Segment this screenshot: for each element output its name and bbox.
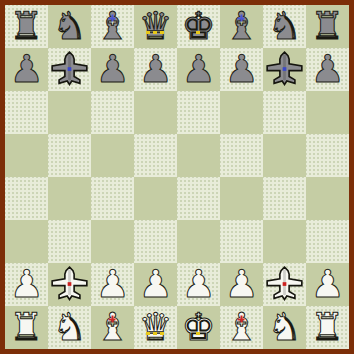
piece-black-knight: ♞	[267, 5, 301, 48]
piece-white-rook: ♜	[9, 306, 43, 349]
piece-black-rook: ♜	[310, 5, 344, 48]
square-a1[interactable]: ♜	[5, 306, 48, 349]
piece-white-knight: ♞	[267, 306, 301, 349]
square-d5[interactable]	[134, 134, 177, 177]
square-h7[interactable]: ♟	[306, 48, 349, 91]
bishop-cross-mark	[109, 15, 116, 22]
crown-jewel-mark	[196, 31, 200, 34]
square-g2[interactable]	[263, 263, 306, 306]
piece-white-queen: ♛	[138, 306, 172, 349]
piece-white-pawn: ♟	[310, 263, 344, 306]
square-b4[interactable]	[48, 177, 91, 220]
piece-white-jet	[266, 266, 303, 303]
piece-white-pawn: ♟	[181, 263, 215, 306]
square-h6[interactable]	[306, 91, 349, 134]
square-g4[interactable]	[263, 177, 306, 220]
square-a8[interactable]: ♜	[5, 5, 48, 48]
square-f2[interactable]: ♟	[220, 263, 263, 306]
square-a6[interactable]	[5, 91, 48, 134]
piece-white-pawn: ♟	[95, 263, 129, 306]
chess-board-frame: ♜♞♝♛♚♝♞♜♟♟♟♟♟♟♟♟♟♟♟♟♜♞♝♛♚♝♞♜	[0, 0, 354, 354]
square-e7[interactable]: ♟	[177, 48, 220, 91]
square-g3[interactable]	[263, 220, 306, 263]
square-g6[interactable]	[263, 91, 306, 134]
square-d7[interactable]: ♟	[134, 48, 177, 91]
piece-black-pawn: ♟	[224, 48, 258, 91]
square-h1[interactable]: ♜	[306, 306, 349, 349]
square-c7[interactable]: ♟	[91, 48, 134, 91]
jet-sprite	[51, 51, 88, 88]
square-b3[interactable]	[48, 220, 91, 263]
square-f5[interactable]	[220, 134, 263, 177]
square-d3[interactable]	[134, 220, 177, 263]
square-d8[interactable]: ♛	[134, 5, 177, 48]
square-g8[interactable]: ♞	[263, 5, 306, 48]
piece-black-pawn: ♟	[181, 48, 215, 91]
square-g1[interactable]: ♞	[263, 306, 306, 349]
square-e2[interactable]: ♟	[177, 263, 220, 306]
square-d2[interactable]: ♟	[134, 263, 177, 306]
square-c5[interactable]	[91, 134, 134, 177]
piece-black-jet	[51, 51, 88, 88]
square-f7[interactable]: ♟	[220, 48, 263, 91]
bishop-cross-mark	[238, 15, 245, 22]
piece-black-pawn: ♟	[310, 48, 344, 91]
piece-white-rook: ♜	[310, 306, 344, 349]
square-h3[interactable]	[306, 220, 349, 263]
square-b2[interactable]	[48, 263, 91, 306]
square-c1[interactable]: ♝	[91, 306, 134, 349]
square-b6[interactable]	[48, 91, 91, 134]
square-c6[interactable]	[91, 91, 134, 134]
square-a7[interactable]: ♟	[5, 48, 48, 91]
square-e4[interactable]	[177, 177, 220, 220]
crown-jewel-mark	[196, 332, 200, 335]
square-h5[interactable]	[306, 134, 349, 177]
piece-white-bishop: ♝	[95, 306, 129, 349]
piece-white-king: ♚	[181, 306, 215, 349]
square-b1[interactable]: ♞	[48, 306, 91, 349]
square-e5[interactable]	[177, 134, 220, 177]
square-f4[interactable]	[220, 177, 263, 220]
square-f3[interactable]	[220, 220, 263, 263]
piece-black-bishop: ♝	[95, 5, 129, 48]
piece-white-pawn: ♟	[9, 263, 43, 306]
bishop-cross-mark	[238, 316, 245, 323]
piece-black-knight: ♞	[52, 5, 86, 48]
piece-black-pawn: ♟	[95, 48, 129, 91]
square-h2[interactable]: ♟	[306, 263, 349, 306]
square-g7[interactable]	[263, 48, 306, 91]
piece-white-jet	[51, 266, 88, 303]
square-c2[interactable]: ♟	[91, 263, 134, 306]
square-f1[interactable]: ♝	[220, 306, 263, 349]
square-c8[interactable]: ♝	[91, 5, 134, 48]
bishop-cross-mark	[109, 316, 116, 323]
square-b7[interactable]	[48, 48, 91, 91]
piece-black-pawn: ♟	[138, 48, 172, 91]
square-a2[interactable]: ♟	[5, 263, 48, 306]
square-f6[interactable]	[220, 91, 263, 134]
piece-black-rook: ♜	[9, 5, 43, 48]
jet-sprite	[266, 51, 303, 88]
piece-black-bishop: ♝	[224, 5, 258, 48]
square-a3[interactable]	[5, 220, 48, 263]
piece-white-pawn: ♟	[224, 263, 258, 306]
square-d4[interactable]	[134, 177, 177, 220]
square-b8[interactable]: ♞	[48, 5, 91, 48]
square-e1[interactable]: ♚	[177, 306, 220, 349]
square-f8[interactable]: ♝	[220, 5, 263, 48]
piece-black-king: ♚	[181, 5, 215, 48]
chess-board: ♜♞♝♛♚♝♞♜♟♟♟♟♟♟♟♟♟♟♟♟♜♞♝♛♚♝♞♜	[5, 5, 349, 349]
piece-black-pawn: ♟	[9, 48, 43, 91]
piece-white-bishop: ♝	[224, 306, 258, 349]
square-c4[interactable]	[91, 177, 134, 220]
piece-white-pawn: ♟	[138, 263, 172, 306]
square-b5[interactable]	[48, 134, 91, 177]
square-c3[interactable]	[91, 220, 134, 263]
square-h8[interactable]: ♜	[306, 5, 349, 48]
square-d6[interactable]	[134, 91, 177, 134]
piece-black-queen: ♛	[138, 5, 172, 48]
jet-sprite	[51, 266, 88, 303]
piece-white-knight: ♞	[52, 306, 86, 349]
square-g5[interactable]	[263, 134, 306, 177]
square-e8[interactable]: ♚	[177, 5, 220, 48]
square-d1[interactable]: ♛	[134, 306, 177, 349]
jet-sprite	[266, 266, 303, 303]
square-e6[interactable]	[177, 91, 220, 134]
square-a4[interactable]	[5, 177, 48, 220]
crown-jewel-mark	[153, 332, 157, 335]
square-a5[interactable]	[5, 134, 48, 177]
square-h4[interactable]	[306, 177, 349, 220]
piece-black-jet	[266, 51, 303, 88]
square-e3[interactable]	[177, 220, 220, 263]
crown-jewel-mark	[153, 31, 157, 34]
